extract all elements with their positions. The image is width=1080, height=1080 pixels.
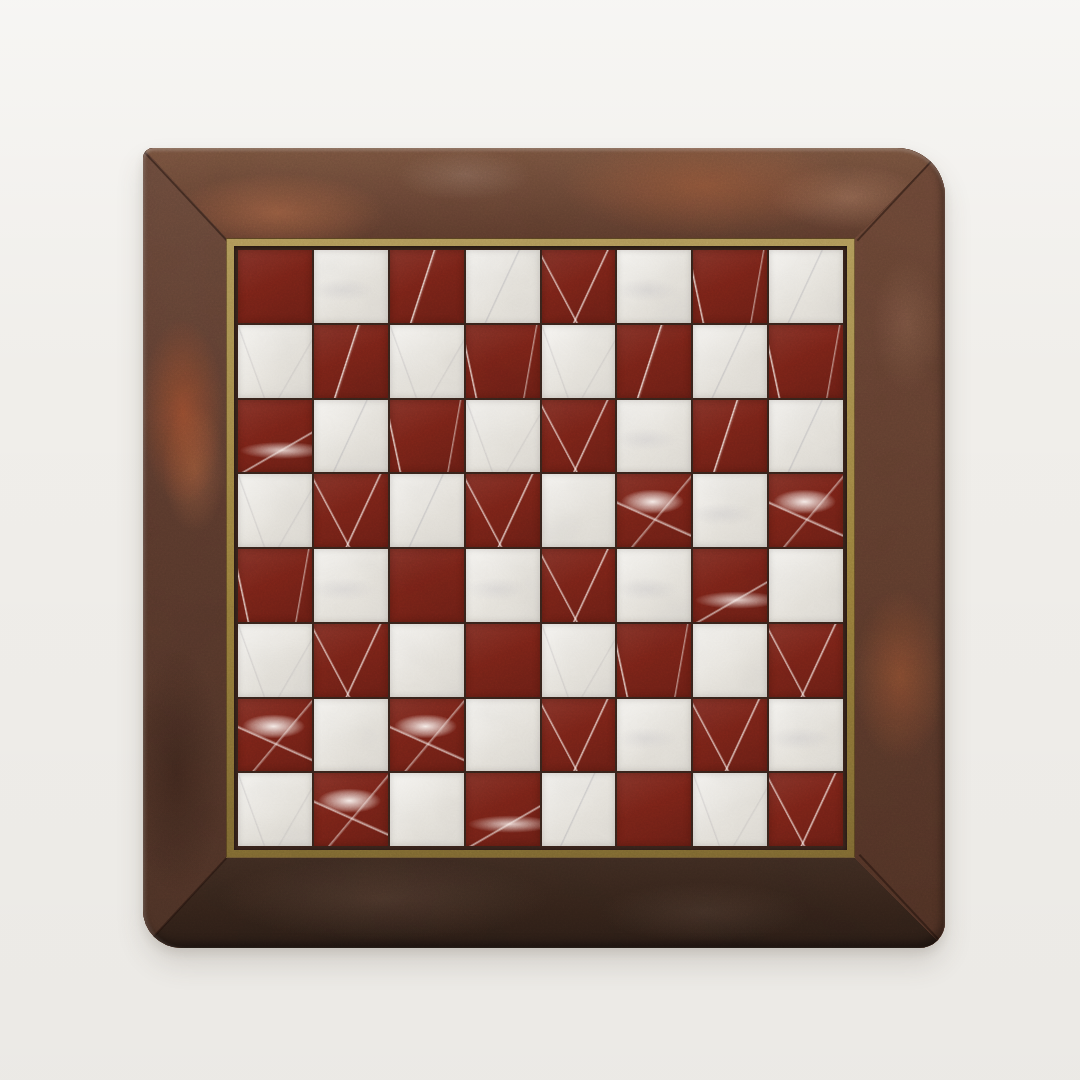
- square-b6: [314, 400, 388, 473]
- square-c3: [390, 624, 464, 697]
- square-h6: [769, 400, 843, 473]
- square-g7: [693, 325, 767, 398]
- square-b5: [314, 474, 388, 547]
- brass-trim: [226, 238, 855, 858]
- square-b2: [314, 699, 388, 772]
- square-f3: [617, 624, 691, 697]
- square-g4: [693, 549, 767, 622]
- square-c7: [390, 325, 464, 398]
- square-f2: [617, 699, 691, 772]
- square-a8: [238, 250, 312, 323]
- square-e8: [542, 250, 616, 323]
- square-g8: [693, 250, 767, 323]
- square-e5: [542, 474, 616, 547]
- square-c4: [390, 549, 464, 622]
- square-e7: [542, 325, 616, 398]
- square-d2: [466, 699, 540, 772]
- square-a1: [238, 773, 312, 846]
- square-c6: [390, 400, 464, 473]
- chessboard-slab: [143, 148, 945, 948]
- frame-left: [143, 148, 226, 948]
- square-d4: [466, 549, 540, 622]
- square-b8: [314, 250, 388, 323]
- square-h2: [769, 699, 843, 772]
- square-e4: [542, 549, 616, 622]
- chess-board-grid: [238, 250, 843, 846]
- board-well: [234, 246, 847, 850]
- square-h7: [769, 325, 843, 398]
- square-h8: [769, 250, 843, 323]
- square-c1: [390, 773, 464, 846]
- frame-top: [143, 148, 945, 238]
- square-f6: [617, 400, 691, 473]
- square-d5: [466, 474, 540, 547]
- square-f7: [617, 325, 691, 398]
- square-b3: [314, 624, 388, 697]
- square-e3: [542, 624, 616, 697]
- square-h3: [769, 624, 843, 697]
- frame-bottom: [143, 858, 945, 948]
- square-g3: [693, 624, 767, 697]
- square-b1: [314, 773, 388, 846]
- square-c8: [390, 250, 464, 323]
- square-a6: [238, 400, 312, 473]
- square-e2: [542, 699, 616, 772]
- square-e6: [542, 400, 616, 473]
- square-d8: [466, 250, 540, 323]
- square-b4: [314, 549, 388, 622]
- square-d7: [466, 325, 540, 398]
- square-b7: [314, 325, 388, 398]
- square-d6: [466, 400, 540, 473]
- square-g5: [693, 474, 767, 547]
- square-h4: [769, 549, 843, 622]
- square-a2: [238, 699, 312, 772]
- square-f1: [617, 773, 691, 846]
- square-f5: [617, 474, 691, 547]
- square-c5: [390, 474, 464, 547]
- square-a7: [238, 325, 312, 398]
- square-g1: [693, 773, 767, 846]
- square-d1: [466, 773, 540, 846]
- square-a5: [238, 474, 312, 547]
- photo-background: [0, 0, 1080, 1080]
- square-c2: [390, 699, 464, 772]
- square-d3: [466, 624, 540, 697]
- square-g2: [693, 699, 767, 772]
- square-a4: [238, 549, 312, 622]
- square-a3: [238, 624, 312, 697]
- square-e1: [542, 773, 616, 846]
- square-h1: [769, 773, 843, 846]
- square-h5: [769, 474, 843, 547]
- frame-right: [855, 148, 945, 948]
- square-g6: [693, 400, 767, 473]
- square-f8: [617, 250, 691, 323]
- square-f4: [617, 549, 691, 622]
